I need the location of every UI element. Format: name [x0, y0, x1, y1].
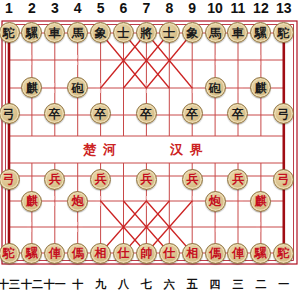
top-file-label-11: 11: [231, 0, 246, 16]
piece-black-f2r1[interactable]: 騾: [21, 22, 42, 43]
board-area: 楚河 汉界 駝騾車馬象士將士象馬車騾駝麒砲砲麒弓卒卒卒卒卒弓弓兵兵兵兵兵弓麒炮炮…: [0, 19, 300, 266]
bottom-file-label-1: 十三: [0, 277, 20, 291]
bottom-file-label-5: 九: [95, 277, 106, 291]
top-file-label-4: 4: [74, 0, 82, 16]
piece-red-f1r10[interactable]: 駝: [0, 243, 20, 264]
piece-red-f11r10[interactable]: 俥: [227, 243, 248, 264]
piece-red-f3r7[interactable]: 兵: [44, 169, 65, 190]
bottom-file-label-10: 四: [210, 277, 221, 291]
bottom-file-label-13: 一: [278, 277, 289, 291]
piece-black-f10r3[interactable]: 砲: [205, 77, 226, 98]
bottom-file-label-12: 二: [255, 277, 266, 291]
piece-red-f6r10[interactable]: 仕: [113, 243, 134, 264]
piece-black-f1r1[interactable]: 駝: [0, 22, 20, 43]
piece-red-f7r10[interactable]: 帥: [136, 243, 157, 264]
bottom-file-label-6: 八: [118, 277, 129, 291]
piece-black-f6r1[interactable]: 士: [113, 22, 134, 43]
piece-red-f4r8[interactable]: 炮: [67, 191, 88, 212]
xiangqi-variant-screen: 12345678910111213 楚河 汉界 駝騾車馬象士將士象馬車騾駝麒砲砲…: [0, 0, 300, 295]
piece-black-f4r1[interactable]: 馬: [67, 22, 88, 43]
piece-black-f4r3[interactable]: 砲: [67, 77, 88, 98]
piece-black-f13r4[interactable]: 弓: [273, 103, 294, 124]
piece-black-f7r1[interactable]: 將: [136, 22, 157, 43]
piece-red-f2r10[interactable]: 騾: [21, 243, 42, 264]
piece-black-f3r4[interactable]: 卒: [44, 103, 65, 124]
piece-red-f8r10[interactable]: 仕: [159, 243, 180, 264]
top-file-label-8: 8: [165, 0, 173, 16]
piece-black-f5r1[interactable]: 象: [90, 22, 111, 43]
piece-red-f5r7[interactable]: 兵: [90, 169, 111, 190]
piece-red-f10r8[interactable]: 炮: [205, 191, 226, 212]
piece-black-f3r1[interactable]: 車: [44, 22, 65, 43]
board[interactable]: 駝騾車馬象士將士象馬車騾駝麒砲砲麒弓卒卒卒卒卒弓弓兵兵兵兵兵弓麒炮炮麒駝騾俥傌相…: [0, 19, 295, 266]
piece-red-f9r10[interactable]: 相: [182, 243, 203, 264]
piece-red-f13r10[interactable]: 駝: [273, 243, 294, 264]
top-file-label-13: 13: [276, 0, 292, 16]
piece-red-f7r7[interactable]: 兵: [136, 169, 157, 190]
piece-black-f5r4[interactable]: 卒: [90, 103, 111, 124]
piece-black-f9r1[interactable]: 象: [182, 22, 203, 43]
piece-red-f13r7[interactable]: 弓: [273, 169, 294, 190]
top-file-label-6: 6: [120, 0, 128, 16]
piece-red-f11r7[interactable]: 兵: [227, 169, 248, 190]
piece-black-f9r4[interactable]: 卒: [182, 103, 203, 124]
piece-black-f8r1[interactable]: 士: [159, 22, 180, 43]
piece-black-f2r3[interactable]: 麒: [21, 77, 42, 98]
piece-black-f10r1[interactable]: 馬: [205, 22, 226, 43]
bottom-file-label-7: 七: [141, 277, 152, 291]
piece-black-f12r1[interactable]: 騾: [250, 22, 271, 43]
bottom-file-label-9: 五: [187, 277, 198, 291]
piece-red-f10r10[interactable]: 傌: [205, 243, 226, 264]
bottom-file-label-3: 十一: [44, 277, 66, 291]
top-file-label-3: 3: [51, 0, 59, 16]
top-file-label-1: 1: [5, 0, 13, 16]
piece-black-f11r1[interactable]: 車: [227, 22, 248, 43]
top-file-label-9: 9: [188, 0, 196, 16]
piece-red-f12r8[interactable]: 麒: [250, 191, 271, 212]
piece-red-f4r10[interactable]: 傌: [67, 243, 88, 264]
piece-black-f7r4[interactable]: 卒: [136, 103, 157, 124]
bottom-file-label-2: 十二: [21, 277, 43, 291]
bottom-file-label-8: 六: [164, 277, 175, 291]
piece-red-f3r10[interactable]: 俥: [44, 243, 65, 264]
bottom-file-label-4: 十: [72, 277, 83, 291]
top-file-label-2: 2: [28, 0, 36, 16]
piece-red-f9r7[interactable]: 兵: [182, 169, 203, 190]
piece-red-f5r10[interactable]: 相: [90, 243, 111, 264]
bottom-file-label-11: 三: [233, 277, 244, 291]
top-file-label-7: 7: [142, 0, 150, 16]
piece-black-f1r4[interactable]: 弓: [0, 103, 20, 124]
piece-red-f2r8[interactable]: 麒: [21, 191, 42, 212]
top-file-label-12: 12: [253, 0, 269, 16]
piece-red-f1r7[interactable]: 弓: [0, 169, 20, 190]
piece-black-f12r3[interactable]: 麒: [250, 77, 271, 98]
piece-black-f13r1[interactable]: 駝: [273, 22, 294, 43]
piece-black-f11r4[interactable]: 卒: [227, 103, 248, 124]
top-file-label-5: 5: [97, 0, 105, 16]
top-file-label-10: 10: [207, 0, 223, 16]
piece-red-f12r10[interactable]: 騾: [250, 243, 271, 264]
